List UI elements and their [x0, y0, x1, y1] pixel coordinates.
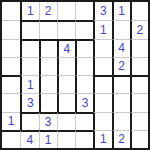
cell-r1c6[interactable]	[112, 20, 130, 38]
cell-r1c1[interactable]	[20, 20, 38, 38]
given-digit: 1	[118, 5, 125, 17]
cell-r6c5[interactable]	[93, 112, 111, 130]
cell-r1c3[interactable]	[57, 20, 75, 38]
given-digit: 1	[100, 24, 107, 36]
cell-r5c4[interactable]: 3	[75, 93, 93, 111]
cell-r3c7[interactable]	[130, 57, 148, 75]
cell-r4c2[interactable]	[39, 75, 57, 93]
given-digit: 2	[118, 133, 125, 145]
cell-r0c6[interactable]: 1	[112, 2, 130, 20]
cell-r5c7[interactable]	[130, 93, 148, 111]
cell-r7c2[interactable]: 1	[39, 130, 57, 148]
cell-r3c6[interactable]: 2	[112, 57, 130, 75]
given-digit: 3	[27, 97, 34, 109]
cell-r4c7[interactable]	[130, 75, 148, 93]
cell-r7c1[interactable]: 4	[20, 130, 38, 148]
given-digit: 1	[27, 79, 34, 91]
cell-r2c1[interactable]	[20, 39, 38, 57]
cell-r6c4[interactable]	[75, 112, 93, 130]
cell-r7c6[interactable]: 2	[112, 130, 130, 148]
cell-r2c3[interactable]: 4	[57, 39, 75, 57]
cell-r5c2[interactable]	[39, 93, 57, 111]
cell-r5c0[interactable]	[2, 93, 20, 111]
given-digit: 4	[118, 42, 125, 54]
cell-r2c5[interactable]	[93, 39, 111, 57]
cell-r3c4[interactable]	[75, 57, 93, 75]
cell-r5c1[interactable]: 3	[20, 93, 38, 111]
cell-r4c5[interactable]	[93, 75, 111, 93]
cell-r0c2[interactable]: 2	[39, 2, 57, 20]
cell-r5c6[interactable]	[112, 93, 130, 111]
given-digit: 3	[82, 97, 89, 109]
given-digit: 1	[8, 115, 15, 127]
cell-r0c7[interactable]	[130, 2, 148, 20]
cell-r2c0[interactable]	[2, 39, 20, 57]
given-digit: 2	[45, 5, 52, 17]
cell-r0c1[interactable]: 1	[20, 2, 38, 20]
given-digit: 1	[100, 133, 107, 145]
given-digit: 1	[45, 134, 52, 146]
given-digit: 1	[27, 5, 34, 17]
cell-r7c4[interactable]	[75, 130, 93, 148]
cell-r4c4[interactable]	[75, 75, 93, 93]
cell-r7c7[interactable]	[130, 130, 148, 148]
cell-r1c4[interactable]	[75, 20, 93, 38]
cell-r6c3[interactable]	[57, 112, 75, 130]
cell-r4c1[interactable]: 1	[20, 75, 38, 93]
cell-r5c3[interactable]	[57, 93, 75, 111]
cell-r6c7[interactable]	[130, 112, 148, 130]
cell-r2c4[interactable]	[75, 39, 93, 57]
ripple-effect-board: 123112442133134112	[0, 0, 150, 150]
cell-r3c1[interactable]	[20, 57, 38, 75]
given-digit: 3	[100, 5, 107, 17]
cell-r5c5[interactable]	[93, 93, 111, 111]
cell-r6c1[interactable]	[20, 112, 38, 130]
cell-r3c0[interactable]	[2, 57, 20, 75]
cell-r3c2[interactable]	[39, 57, 57, 75]
cell-r4c6[interactable]	[112, 75, 130, 93]
given-digit: 3	[45, 116, 52, 128]
cell-r7c5[interactable]: 1	[93, 130, 111, 148]
cell-r4c3[interactable]	[57, 75, 75, 93]
cell-r1c5[interactable]: 1	[93, 20, 111, 38]
cell-r7c0[interactable]	[2, 130, 20, 148]
cell-r1c2[interactable]	[39, 20, 57, 38]
cell-r6c0[interactable]: 1	[2, 112, 20, 130]
cell-r3c5[interactable]	[93, 57, 111, 75]
cell-r1c0[interactable]	[2, 20, 20, 38]
cell-r4c0[interactable]	[2, 75, 20, 93]
cell-r2c2[interactable]	[39, 39, 57, 57]
cell-r2c6[interactable]: 4	[112, 39, 130, 57]
cell-r6c2[interactable]: 3	[39, 112, 57, 130]
cell-r6c6[interactable]	[112, 112, 130, 130]
cell-r3c3[interactable]	[57, 57, 75, 75]
given-digit: 4	[27, 134, 34, 146]
cell-r0c4[interactable]	[75, 2, 93, 20]
cell-r2c7[interactable]	[130, 39, 148, 57]
cell-r7c3[interactable]	[57, 130, 75, 148]
given-digit: 2	[137, 24, 144, 36]
given-digit: 4	[64, 43, 71, 55]
cell-r0c0[interactable]	[2, 2, 20, 20]
cell-r0c5[interactable]: 3	[93, 2, 111, 20]
cell-r0c3[interactable]	[57, 2, 75, 20]
given-digit: 2	[118, 60, 125, 72]
cell-r1c7[interactable]: 2	[130, 20, 148, 38]
